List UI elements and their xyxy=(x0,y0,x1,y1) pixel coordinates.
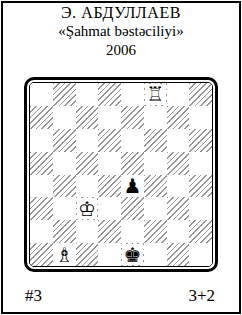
square-c5 xyxy=(76,152,99,175)
square-a7 xyxy=(30,106,53,129)
square-c7 xyxy=(76,106,99,129)
square-d5 xyxy=(98,152,121,175)
square-a6 xyxy=(30,129,53,152)
square-a1 xyxy=(30,243,53,266)
square-a3 xyxy=(30,197,53,220)
square-h2 xyxy=(189,220,212,243)
square-b7 xyxy=(53,106,76,129)
square-c1 xyxy=(76,243,99,266)
square-a2 xyxy=(30,220,53,243)
square-g6 xyxy=(167,129,190,152)
square-d4 xyxy=(98,175,121,198)
publication-year: 2006 xyxy=(0,41,242,60)
white-king-piece: ♔ xyxy=(78,199,96,219)
chess-board-border: ♖♟♔♗♚ xyxy=(24,77,218,272)
square-a5 xyxy=(30,152,53,175)
square-b8 xyxy=(53,83,76,106)
square-e8 xyxy=(121,83,144,106)
square-g8 xyxy=(167,83,190,106)
square-c2 xyxy=(76,220,99,243)
square-h8 xyxy=(189,83,212,106)
square-f2 xyxy=(144,220,167,243)
square-d2 xyxy=(98,220,121,243)
square-e6 xyxy=(121,129,144,152)
square-c6 xyxy=(76,129,99,152)
square-g5 xyxy=(167,152,190,175)
square-d3 xyxy=(98,197,121,220)
square-h1 xyxy=(189,243,212,266)
square-d1 xyxy=(98,243,121,266)
square-e4: ♟ xyxy=(121,175,144,198)
square-g7 xyxy=(167,106,190,129)
square-b6 xyxy=(53,129,76,152)
square-h7 xyxy=(189,106,212,129)
square-f3 xyxy=(144,197,167,220)
square-c8 xyxy=(76,83,99,106)
square-e1: ♚ xyxy=(121,243,144,266)
board-grid: ♖♟♔♗♚ xyxy=(29,82,213,267)
square-h4 xyxy=(189,175,212,198)
square-h6 xyxy=(189,129,212,152)
material-count-label: 3+2 xyxy=(188,286,215,306)
publication-title: «Şahmat bəstəciliyi» xyxy=(0,22,242,41)
square-f1 xyxy=(144,243,167,266)
square-e2 xyxy=(121,220,144,243)
square-b3 xyxy=(53,197,76,220)
square-e3 xyxy=(121,197,144,220)
square-b2 xyxy=(53,220,76,243)
black-pawn-piece: ♟ xyxy=(123,176,141,196)
square-e5 xyxy=(121,152,144,175)
square-c4 xyxy=(76,175,99,198)
square-h3 xyxy=(189,197,212,220)
square-g2 xyxy=(167,220,190,243)
author-name: Э. АБДУЛЛАЕВ xyxy=(0,3,242,22)
square-f6 xyxy=(144,129,167,152)
square-b4 xyxy=(53,175,76,198)
stipulation-label: #3 xyxy=(25,286,42,306)
square-f4 xyxy=(144,175,167,198)
diagram-header: Э. АБДУЛЛАЕВ «Şahmat bəstəciliyi» 2006 xyxy=(0,3,242,60)
white-rook-piece: ♖ xyxy=(146,84,164,104)
diagram-page: Э. АБДУЛЛАЕВ «Şahmat bəstəciliyi» 2006 ♖… xyxy=(0,0,242,315)
black-king-piece: ♚ xyxy=(123,245,141,265)
square-h5 xyxy=(189,152,212,175)
square-f5 xyxy=(144,152,167,175)
square-g4 xyxy=(167,175,190,198)
square-c3: ♔ xyxy=(76,197,99,220)
square-a8 xyxy=(30,83,53,106)
square-d6 xyxy=(98,129,121,152)
square-f8: ♖ xyxy=(144,83,167,106)
square-b5 xyxy=(53,152,76,175)
square-e7 xyxy=(121,106,144,129)
white-bishop-piece: ♗ xyxy=(55,245,73,265)
square-g3 xyxy=(167,197,190,220)
diagram-caption: #3 3+2 xyxy=(25,286,215,306)
square-a4 xyxy=(30,175,53,198)
square-b1: ♗ xyxy=(53,243,76,266)
square-d8 xyxy=(98,83,121,106)
square-d7 xyxy=(98,106,121,129)
square-g1 xyxy=(167,243,190,266)
square-f7 xyxy=(144,106,167,129)
